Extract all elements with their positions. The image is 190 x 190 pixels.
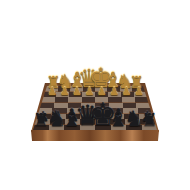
chess-set-photo: ♜♞♝♛♚♝♞♜♟♟♟♟♟♟♟♟♟♟♟♟♟♟♟♟♜♞♝♛♚♝♞♜	[0, 0, 190, 190]
piece-gold-pawn: ♟	[47, 86, 57, 97]
piece-gold-pawn: ♟	[72, 86, 82, 97]
piece-gold-pawn: ♟	[134, 86, 144, 97]
pieces-layer: ♜♞♝♛♚♝♞♜♟♟♟♟♟♟♟♟♟♟♟♟♟♟♟♟♜♞♝♛♚♝♞♜	[0, 0, 190, 190]
piece-black-rook: ♜	[141, 112, 157, 130]
piece-gold-pawn: ♟	[122, 86, 132, 97]
piece-gold-pawn: ♟	[60, 86, 70, 97]
